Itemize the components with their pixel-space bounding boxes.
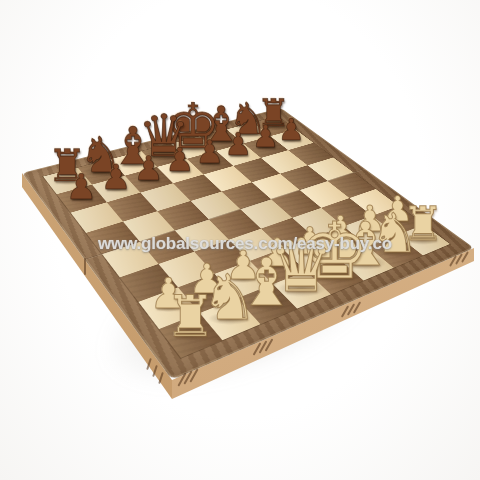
piece-black-pawn-h7[interactable]: ♟ bbox=[277, 115, 307, 145]
chess-set-photo: www.globalsources.com/easy-buy.co ♜♞♝♛♚♝… bbox=[0, 0, 480, 480]
piece-black-pawn-e7[interactable]: ♟ bbox=[194, 136, 226, 168]
watermark-text: www.globalsources.com/easy-buy.co bbox=[98, 235, 392, 252]
piece-black-pawn-b7[interactable]: ♟ bbox=[99, 160, 134, 195]
piece-black-pawn-a7[interactable]: ♟ bbox=[64, 169, 99, 204]
piece-black-pawn-d7[interactable]: ♟ bbox=[163, 144, 196, 177]
piece-black-pawn-g7[interactable]: ♟ bbox=[250, 122, 281, 153]
piece-black-pawn-c7[interactable]: ♟ bbox=[132, 152, 166, 186]
piece-black-pawn-f7[interactable]: ♟ bbox=[223, 129, 254, 160]
piece-white-rook-a1[interactable]: ♜ bbox=[162, 288, 219, 345]
